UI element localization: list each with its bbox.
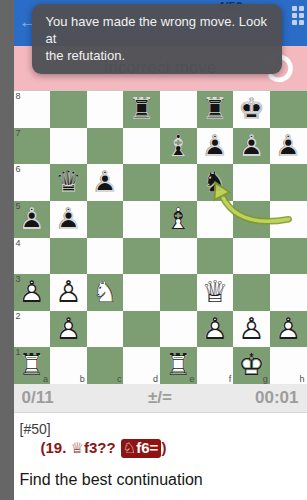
square-a7[interactable]: 7 (14, 128, 51, 165)
square-g8[interactable]: ♚♔ (233, 91, 270, 128)
info-panel: [#50] (19. ♕f3?? ♘f6=) Find the best con… (14, 414, 307, 500)
white-bishop[interactable]: ♝♗ (160, 201, 197, 238)
square-g4[interactable] (233, 238, 270, 275)
square-e1[interactable]: e♜♖ (160, 347, 197, 384)
square-f8[interactable]: ♜♖ (197, 91, 234, 128)
square-g2[interactable]: ♟♙ (233, 311, 270, 348)
square-c1[interactable]: c (87, 347, 124, 384)
timer: 00:01 (255, 388, 298, 408)
square-b5[interactable]: ♟♙ (50, 201, 87, 238)
refutation-highlight[interactable]: ♘f6= (121, 439, 162, 458)
square-d2[interactable] (123, 311, 160, 348)
black-pawn[interactable]: ♟♙ (50, 201, 87, 238)
square-a2[interactable]: 2 (14, 311, 51, 348)
square-b1[interactable]: b (50, 347, 87, 384)
square-f4[interactable] (197, 238, 234, 275)
white-queen[interactable]: ♛♕ (197, 274, 234, 311)
black-rook[interactable]: ♜♖ (123, 91, 160, 128)
square-d8[interactable]: ♜♖ (123, 91, 160, 128)
grid-menu-icon[interactable] (292, 6, 304, 25)
black-rook[interactable]: ♜♖ (197, 91, 234, 128)
square-e6[interactable] (160, 164, 197, 201)
square-a5[interactable]: 5♟♙ (14, 201, 51, 238)
queen-icon: ♕ (71, 439, 84, 457)
knight-icon: ♘ (123, 439, 136, 457)
square-c3[interactable]: ♞♘ (87, 274, 124, 311)
file-label: d (153, 374, 158, 384)
toast-line: the refutation. (46, 47, 268, 64)
square-h2[interactable]: ♟♙ (270, 311, 307, 348)
square-f6[interactable]: ♞♘ (197, 164, 234, 201)
square-h8[interactable] (270, 91, 307, 128)
square-g7[interactable]: ♟♙ (233, 128, 270, 165)
file-label: b (80, 374, 85, 384)
white-pawn[interactable]: ♟♙ (50, 311, 87, 348)
toast-message: You have made the wrong move. Look at th… (32, 4, 282, 74)
square-h6[interactable] (270, 164, 307, 201)
black-pawn[interactable]: ♟♙ (270, 128, 307, 165)
refutation-move-text: f6= (136, 439, 158, 456)
square-f7[interactable]: ♟♙ (197, 128, 234, 165)
square-f5[interactable] (197, 201, 234, 238)
wrong-move-text: f3?? (84, 439, 120, 456)
black-bishop[interactable]: ♝♗ (160, 128, 197, 165)
white-pawn[interactable]: ♟♙ (233, 311, 270, 348)
square-f1[interactable]: f (197, 347, 234, 384)
square-g6[interactable] (233, 164, 270, 201)
variation-line[interactable]: (19. ♕f3?? ♘f6=) (41, 439, 167, 458)
white-pawn[interactable]: ♟♙ (270, 311, 307, 348)
rank-label: 3 (16, 274, 21, 284)
square-c6[interactable]: ♟♙ (87, 164, 124, 201)
square-a3[interactable]: 3♟♙ (14, 274, 51, 311)
square-a6[interactable]: 6 (14, 164, 51, 201)
variation-prefix: (19. (41, 439, 71, 456)
square-c8[interactable] (87, 91, 124, 128)
toast-line: You have made the wrong move. Look at (46, 13, 268, 47)
square-e4[interactable] (160, 238, 197, 275)
square-b6[interactable]: ♛♕ (50, 164, 87, 201)
variation-suffix: ) (161, 439, 166, 456)
square-d3[interactable] (123, 274, 160, 311)
square-f2[interactable]: ♟♙ (197, 311, 234, 348)
square-c7[interactable] (87, 128, 124, 165)
file-label: c (117, 374, 122, 384)
square-e2[interactable] (160, 311, 197, 348)
square-h5[interactable] (270, 201, 307, 238)
square-g3[interactable] (233, 274, 270, 311)
rank-label: 2 (16, 311, 21, 321)
puzzle-number: [#50] (20, 421, 51, 437)
square-c5[interactable] (87, 201, 124, 238)
white-pawn[interactable]: ♟♙ (50, 274, 87, 311)
square-h7[interactable]: ♟♙ (270, 128, 307, 165)
square-h1[interactable]: h (270, 347, 307, 384)
rank-label: 5 (16, 201, 21, 211)
square-h3[interactable] (270, 274, 307, 311)
black-knight[interactable]: ♞♘ (197, 164, 234, 201)
rank-label: 6 (16, 164, 21, 174)
chess-board[interactable]: 8♜♖♜♖♚♔7♝♗♟♙♟♙♟♙6♛♕♟♙♞♘5♟♙♟♙♝♗43♟♙♟♙♞♘♛♕… (14, 90, 307, 384)
status-bar: 0/11 ±/= 00:01 (14, 384, 307, 413)
black-pawn[interactable]: ♟♙ (197, 128, 234, 165)
black-queen[interactable]: ♛♕ (50, 164, 87, 201)
black-king[interactable]: ♚♔ (233, 91, 270, 128)
square-e7[interactable]: ♝♗ (160, 128, 197, 165)
rank-label: 1 (16, 347, 21, 357)
rank-label: 4 (16, 238, 21, 248)
white-pawn[interactable]: ♟♙ (197, 311, 234, 348)
square-f3[interactable]: ♛♕ (197, 274, 234, 311)
white-knight[interactable]: ♞♘ (87, 274, 124, 311)
square-c4[interactable] (87, 238, 124, 275)
file-label: g (263, 374, 268, 384)
square-h4[interactable] (270, 238, 307, 275)
black-pawn[interactable]: ♟♙ (87, 164, 124, 201)
square-d7[interactable] (123, 128, 160, 165)
square-e5[interactable]: ♝♗ (160, 201, 197, 238)
square-d5[interactable] (123, 201, 160, 238)
square-b3[interactable]: ♟♙ (50, 274, 87, 311)
black-pawn[interactable]: ♟♙ (233, 128, 270, 165)
app-screen: ← 4/50 › You have made the wrong move. L… (14, 0, 307, 500)
square-d6[interactable] (123, 164, 160, 201)
square-e3[interactable] (160, 274, 197, 311)
square-b2[interactable]: ♟♙ (50, 311, 87, 348)
rank-label: 7 (16, 128, 21, 138)
square-e8[interactable] (160, 91, 197, 128)
square-d1[interactable]: d (123, 347, 160, 384)
square-g1[interactable]: g♚♔ (233, 347, 270, 384)
file-label: a (43, 374, 48, 384)
square-b4[interactable] (50, 238, 87, 275)
task-prompt: Find the best continuation (20, 471, 203, 489)
square-b7[interactable] (50, 128, 87, 165)
square-c2[interactable] (87, 311, 124, 348)
square-a1[interactable]: 1a♜♖ (14, 347, 51, 384)
rank-label: 8 (16, 91, 21, 101)
file-label: e (190, 374, 195, 384)
square-a8[interactable]: 8 (14, 91, 51, 128)
square-d4[interactable] (123, 238, 160, 275)
file-label: h (299, 374, 304, 384)
square-b8[interactable] (50, 91, 87, 128)
file-label: f (229, 374, 232, 384)
square-g5[interactable] (233, 201, 270, 238)
square-a4[interactable]: 4 (14, 238, 51, 275)
